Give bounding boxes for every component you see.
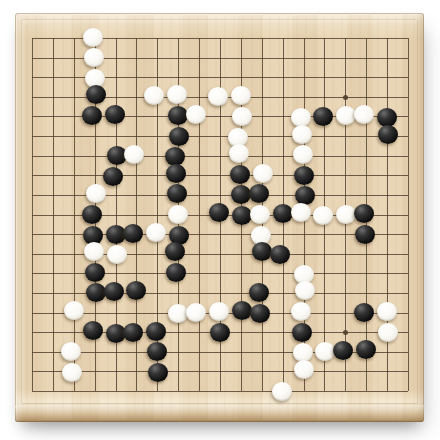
white-stone[interactable] bbox=[229, 144, 249, 163]
black-stone[interactable] bbox=[103, 167, 123, 186]
board-front-edge bbox=[15, 405, 424, 422]
black-stone[interactable] bbox=[147, 342, 167, 361]
black-stone[interactable] bbox=[209, 203, 229, 222]
black-stone[interactable] bbox=[210, 323, 230, 342]
black-stone[interactable] bbox=[146, 322, 166, 341]
grid-line-horizontal bbox=[32, 371, 408, 372]
black-stone[interactable] bbox=[270, 245, 290, 264]
white-stone[interactable] bbox=[84, 48, 104, 67]
black-stone[interactable] bbox=[104, 282, 124, 301]
go-board[interactable] bbox=[15, 13, 424, 422]
black-stone[interactable] bbox=[333, 341, 353, 360]
grid-line-vertical bbox=[408, 38, 409, 391]
black-stone[interactable] bbox=[252, 242, 272, 261]
black-stone[interactable] bbox=[105, 105, 125, 124]
black-stone[interactable] bbox=[294, 166, 314, 185]
black-stone[interactable] bbox=[82, 106, 102, 125]
black-stone[interactable] bbox=[123, 224, 143, 243]
black-stone[interactable] bbox=[292, 323, 312, 342]
white-stone[interactable] bbox=[107, 245, 127, 264]
black-stone[interactable] bbox=[165, 242, 185, 261]
black-stone[interactable] bbox=[126, 281, 146, 300]
black-stone[interactable] bbox=[166, 263, 186, 282]
white-stone[interactable] bbox=[124, 145, 144, 164]
black-stone[interactable] bbox=[354, 303, 374, 322]
black-stone[interactable] bbox=[378, 125, 398, 144]
black-stone[interactable] bbox=[231, 185, 251, 204]
black-stone[interactable] bbox=[167, 184, 187, 203]
black-stone[interactable] bbox=[356, 340, 376, 359]
white-stone[interactable] bbox=[250, 205, 270, 224]
black-stone[interactable] bbox=[86, 283, 106, 302]
black-stone[interactable] bbox=[166, 164, 186, 183]
white-stone[interactable] bbox=[291, 203, 311, 222]
black-stone[interactable] bbox=[273, 204, 293, 223]
white-stone[interactable] bbox=[378, 323, 398, 342]
black-stone[interactable] bbox=[169, 127, 189, 146]
white-stone[interactable] bbox=[313, 206, 333, 225]
white-stone[interactable] bbox=[86, 184, 106, 203]
black-stone[interactable] bbox=[148, 363, 168, 382]
star-point bbox=[343, 95, 348, 100]
white-stone[interactable] bbox=[144, 86, 164, 105]
black-stone[interactable] bbox=[232, 206, 252, 225]
black-stone[interactable] bbox=[313, 107, 333, 126]
white-stone[interactable] bbox=[291, 302, 311, 321]
white-stone[interactable] bbox=[168, 205, 188, 224]
white-stone[interactable] bbox=[62, 363, 82, 382]
black-stone[interactable] bbox=[354, 204, 374, 223]
white-stone[interactable] bbox=[232, 107, 252, 126]
white-stone[interactable] bbox=[253, 164, 273, 183]
white-stone[interactable] bbox=[295, 281, 315, 300]
white-stone[interactable] bbox=[377, 302, 397, 321]
white-stone[interactable] bbox=[209, 302, 229, 321]
white-stone[interactable] bbox=[84, 242, 104, 261]
white-stone[interactable] bbox=[83, 28, 103, 47]
white-stone[interactable] bbox=[231, 86, 251, 105]
black-stone[interactable] bbox=[250, 304, 270, 323]
black-stone[interactable] bbox=[86, 85, 106, 104]
page-background bbox=[0, 0, 440, 440]
star-point bbox=[343, 330, 348, 335]
black-stone[interactable] bbox=[355, 225, 375, 244]
white-stone[interactable] bbox=[208, 87, 228, 106]
black-stone[interactable] bbox=[85, 263, 105, 282]
black-stone[interactable] bbox=[123, 323, 143, 342]
white-stone[interactable] bbox=[292, 125, 312, 144]
black-stone[interactable] bbox=[82, 205, 102, 224]
white-stone[interactable] bbox=[294, 360, 314, 379]
white-stone[interactable] bbox=[167, 85, 187, 104]
white-stone[interactable] bbox=[64, 301, 84, 320]
black-stone[interactable] bbox=[230, 165, 250, 184]
white-stone[interactable] bbox=[186, 303, 206, 322]
grid-line-horizontal bbox=[32, 391, 408, 392]
white-stone[interactable] bbox=[186, 105, 206, 124]
black-stone[interactable] bbox=[249, 184, 269, 203]
white-stone[interactable] bbox=[146, 223, 166, 242]
white-stone[interactable] bbox=[354, 105, 374, 124]
black-stone[interactable] bbox=[232, 301, 252, 320]
black-stone[interactable] bbox=[249, 283, 269, 302]
black-stone[interactable] bbox=[83, 321, 103, 340]
white-stone[interactable] bbox=[293, 145, 313, 164]
white-stone[interactable] bbox=[272, 382, 292, 401]
white-stone[interactable] bbox=[61, 342, 81, 361]
